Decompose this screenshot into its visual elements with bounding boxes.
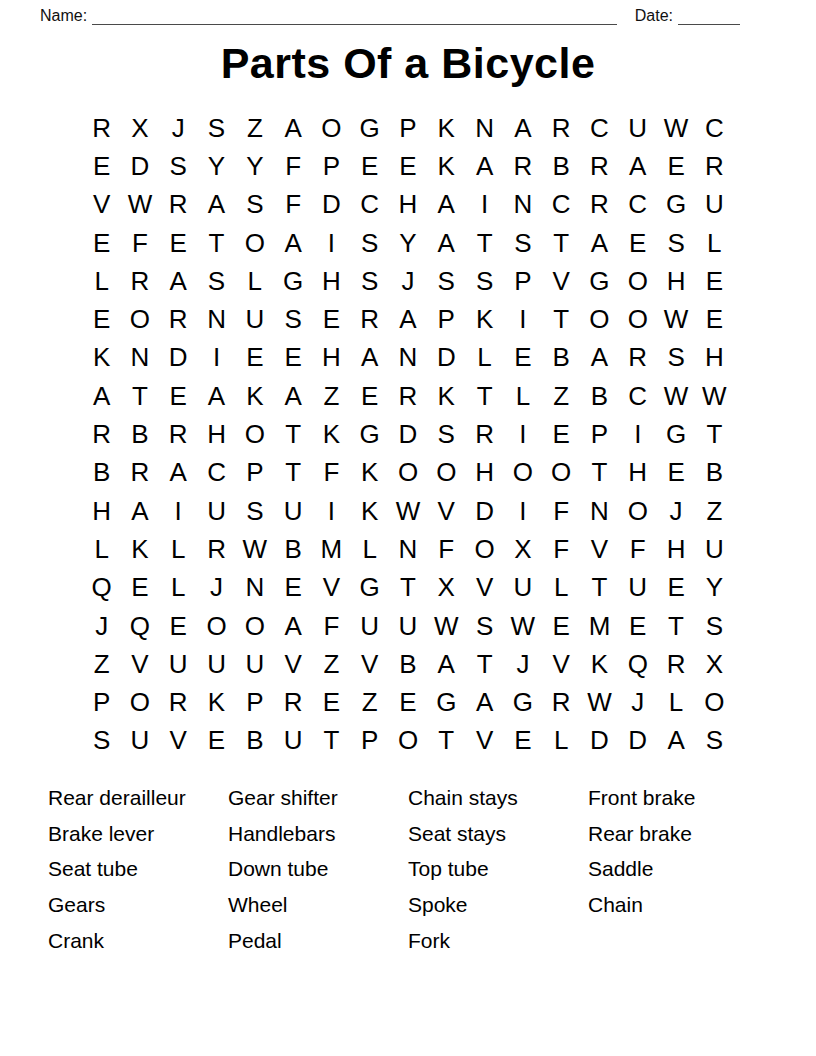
grid-cell: E [657, 569, 695, 607]
grid-cell: P [236, 683, 274, 721]
grid-cell: V [312, 569, 350, 607]
grid-cell: O [580, 301, 618, 339]
grid-cell: A [274, 607, 312, 645]
grid-cell: Y [695, 569, 733, 607]
grid-cell: O [389, 722, 427, 760]
grid-cell: E [83, 147, 121, 185]
grid-cell: B [542, 147, 580, 185]
grid-cell: I [504, 301, 542, 339]
grid-cell: T [197, 224, 235, 262]
grid-cell: H [465, 454, 503, 492]
grid-cell: A [159, 454, 197, 492]
grid-cell: P [83, 683, 121, 721]
grid-cell: F [274, 147, 312, 185]
grid-cell: K [83, 339, 121, 377]
grid-cell: J [657, 492, 695, 530]
grid-cell: R [121, 262, 159, 300]
grid-cell: S [83, 722, 121, 760]
grid-cell: E [197, 722, 235, 760]
date-label: Date: [635, 7, 673, 25]
grid-cell: E [274, 339, 312, 377]
grid-cell: R [197, 530, 235, 568]
grid-cell: R [351, 301, 389, 339]
grid-cell: L [83, 262, 121, 300]
grid-cell: G [657, 415, 695, 453]
grid-cell: J [619, 683, 657, 721]
grid-cell: R [274, 683, 312, 721]
word-list-column: Rear derailleurBrake leverSeat tubeGears… [48, 780, 228, 959]
grid-cell: B [389, 645, 427, 683]
grid-cell: W [657, 377, 695, 415]
word-list-item: Top tube [408, 851, 588, 887]
grid-cell: T [121, 377, 159, 415]
grid-cell: H [389, 186, 427, 224]
grid-cell: P [236, 454, 274, 492]
grid-cell: B [236, 722, 274, 760]
grid-cell: B [83, 454, 121, 492]
grid-cell: W [121, 186, 159, 224]
grid-cell: V [427, 492, 465, 530]
grid-cell: S [351, 262, 389, 300]
grid-cell: U [121, 722, 159, 760]
grid-cell: T [465, 645, 503, 683]
grid-cell: T [389, 569, 427, 607]
grid-cell: E [121, 569, 159, 607]
grid-cell: K [580, 645, 618, 683]
grid-cell: R [159, 301, 197, 339]
grid-cell: E [695, 301, 733, 339]
grid-cell: A [197, 186, 235, 224]
grid-cell: E [389, 683, 427, 721]
grid-cell: U [619, 569, 657, 607]
grid-cell: R [83, 109, 121, 147]
grid-cell: L [159, 530, 197, 568]
grid-cell: C [580, 109, 618, 147]
grid-cell: F [542, 492, 580, 530]
grid-cell: V [351, 645, 389, 683]
grid-cell: I [504, 415, 542, 453]
grid-cell: B [274, 530, 312, 568]
grid-cell: P [427, 301, 465, 339]
grid-cell: U [159, 645, 197, 683]
grid-cell: K [427, 377, 465, 415]
grid-cell: M [312, 530, 350, 568]
date-fill-line[interactable] [678, 10, 740, 25]
grid-cell: S [465, 262, 503, 300]
word-list-item: Chain stays [408, 780, 588, 816]
grid-cell: H [197, 415, 235, 453]
grid-cell: A [274, 224, 312, 262]
word-list: Rear derailleurBrake leverSeat tubeGears… [48, 780, 816, 959]
grid-cell: G [580, 262, 618, 300]
word-list-column: Chain staysSeat staysTop tubeSpokeFork [408, 780, 588, 959]
grid-cell: B [121, 415, 159, 453]
grid-cell: S [197, 262, 235, 300]
grid-cell: L [465, 339, 503, 377]
grid-cell: J [159, 109, 197, 147]
grid-cell: E [657, 147, 695, 185]
grid-cell: L [236, 262, 274, 300]
grid-cell: A [465, 147, 503, 185]
grid-cell: F [121, 224, 159, 262]
grid-cell: T [542, 301, 580, 339]
grid-cell: N [197, 301, 235, 339]
grid-cell: F [274, 186, 312, 224]
grid-cell: S [274, 301, 312, 339]
grid-cell: Y [389, 224, 427, 262]
grid-cell: H [657, 262, 695, 300]
grid-cell: F [312, 607, 350, 645]
grid-cell: E [657, 454, 695, 492]
grid-cell: A [427, 224, 465, 262]
grid-cell: B [542, 339, 580, 377]
grid-cell: R [504, 147, 542, 185]
grid-cell: R [580, 147, 618, 185]
grid-cell: V [542, 645, 580, 683]
grid-cell: I [465, 186, 503, 224]
grid-cell: P [312, 147, 350, 185]
grid-cell: N [580, 492, 618, 530]
grid-cell: J [389, 262, 427, 300]
grid-cell: Q [121, 607, 159, 645]
grid-cell: T [312, 722, 350, 760]
grid-cell: B [580, 377, 618, 415]
grid-cell: E [274, 569, 312, 607]
grid-cell: D [619, 722, 657, 760]
word-list-item: Fork [408, 923, 588, 959]
grid-cell: F [619, 530, 657, 568]
grid-cell: E [159, 224, 197, 262]
grid-cell: H [83, 492, 121, 530]
grid-cell: E [504, 722, 542, 760]
grid-cell: J [83, 607, 121, 645]
grid-cell: Z [542, 377, 580, 415]
grid-cell: L [542, 569, 580, 607]
grid-cell: E [236, 339, 274, 377]
grid-cell: R [580, 186, 618, 224]
grid-cell: P [389, 109, 427, 147]
grid-cell: R [159, 415, 197, 453]
grid-cell: K [236, 377, 274, 415]
grid-cell: H [657, 530, 695, 568]
grid-cell: W [504, 607, 542, 645]
grid-cell: K [351, 454, 389, 492]
grid-cell: K [351, 492, 389, 530]
grid-cell: Y [236, 147, 274, 185]
grid-cell: U [197, 492, 235, 530]
grid-cell: L [351, 530, 389, 568]
grid-cell: S [197, 109, 235, 147]
grid-cell: R [542, 109, 580, 147]
grid-cell: X [695, 645, 733, 683]
grid-cell: U [197, 645, 235, 683]
grid-cell: R [159, 683, 197, 721]
grid-cell: A [465, 683, 503, 721]
grid-cell: D [121, 147, 159, 185]
grid-cell: O [465, 530, 503, 568]
grid-cell: W [427, 607, 465, 645]
grid-cell: I [619, 415, 657, 453]
grid-cell: N [504, 186, 542, 224]
grid-cell: L [83, 530, 121, 568]
grid-cell: S [657, 339, 695, 377]
grid-cell: E [619, 607, 657, 645]
grid-cell: R [542, 683, 580, 721]
grid-cell: K [121, 530, 159, 568]
grid-cell: W [236, 530, 274, 568]
grid-cell: Z [312, 645, 350, 683]
grid-cell: S [504, 224, 542, 262]
grid-cell: S [465, 607, 503, 645]
grid-cell: B [695, 454, 733, 492]
grid-cell: S [236, 186, 274, 224]
grid-cell: R [657, 645, 695, 683]
puzzle-title: Parts Of a Bicycle [0, 39, 816, 88]
grid-cell: H [312, 339, 350, 377]
grid-cell: A [274, 109, 312, 147]
grid-cell: J [197, 569, 235, 607]
grid-cell: K [465, 301, 503, 339]
grid-cell: D [389, 415, 427, 453]
grid-cell: X [121, 109, 159, 147]
word-list-item: Chain [588, 887, 768, 923]
grid-cell: G [351, 415, 389, 453]
grid-cell: O [236, 607, 274, 645]
grid-cell: N [389, 530, 427, 568]
grid-cell: A [83, 377, 121, 415]
grid-cell: T [465, 224, 503, 262]
grid-cell: T [695, 415, 733, 453]
grid-cell: R [121, 454, 159, 492]
grid-cell: O [236, 415, 274, 453]
grid-cell: D [580, 722, 618, 760]
name-fill-line[interactable] [92, 10, 617, 25]
grid-cell: S [427, 415, 465, 453]
grid-cell: C [619, 186, 657, 224]
grid-cell: C [351, 186, 389, 224]
grid-cell: A [580, 339, 618, 377]
word-list-item: Crank [48, 923, 228, 959]
word-list-column: Front brakeRear brakeSaddleChain [588, 780, 768, 959]
letter-grid: RXJSZAOGPKNARCUWCEDSYYFPEEKARBRAERVWRASF… [83, 109, 734, 760]
grid-cell: E [159, 607, 197, 645]
grid-cell: O [542, 454, 580, 492]
grid-cell: G [504, 683, 542, 721]
grid-cell: M [580, 607, 618, 645]
grid-cell: G [351, 569, 389, 607]
grid-cell: E [312, 683, 350, 721]
grid-cell: A [580, 224, 618, 262]
grid-cell: K [427, 147, 465, 185]
grid-cell: E [542, 415, 580, 453]
word-list-item: Handlebars [228, 816, 408, 852]
grid-cell: U [351, 607, 389, 645]
name-label: Name: [40, 7, 87, 25]
word-list-item: Down tube [228, 851, 408, 887]
grid-cell: I [197, 339, 235, 377]
grid-cell: A [121, 492, 159, 530]
grid-cell: D [312, 186, 350, 224]
grid-cell: L [657, 683, 695, 721]
grid-cell: R [695, 147, 733, 185]
grid-cell: I [159, 492, 197, 530]
grid-cell: S [236, 492, 274, 530]
grid-cell: E [312, 301, 350, 339]
grid-cell: A [504, 109, 542, 147]
grid-cell: O [695, 683, 733, 721]
grid-cell: Z [83, 645, 121, 683]
word-list-item: Gear shifter [228, 780, 408, 816]
grid-cell: T [580, 569, 618, 607]
word-list-item: Gears [48, 887, 228, 923]
grid-cell: Q [619, 645, 657, 683]
grid-cell: L [695, 224, 733, 262]
grid-cell: K [197, 683, 235, 721]
grid-cell: O [121, 301, 159, 339]
grid-cell: O [619, 301, 657, 339]
grid-cell: E [695, 262, 733, 300]
word-list-item: Rear brake [588, 816, 768, 852]
grid-cell: W [657, 301, 695, 339]
grid-cell: V [274, 645, 312, 683]
grid-cell: D [159, 339, 197, 377]
grid-cell: A [657, 722, 695, 760]
grid-cell: L [159, 569, 197, 607]
grid-cell: C [695, 109, 733, 147]
grid-cell: A [389, 301, 427, 339]
grid-cell: U [389, 607, 427, 645]
grid-cell: A [159, 262, 197, 300]
word-list-item: Spoke [408, 887, 588, 923]
grid-cell: O [121, 683, 159, 721]
grid-cell: S [695, 607, 733, 645]
grid-cell: V [465, 569, 503, 607]
grid-cell: I [312, 224, 350, 262]
grid-cell: A [274, 377, 312, 415]
grid-cell: V [83, 186, 121, 224]
header: Name: Date: [0, 0, 816, 25]
grid-cell: E [389, 147, 427, 185]
grid-cell: S [159, 147, 197, 185]
grid-cell: X [427, 569, 465, 607]
grid-cell: O [619, 492, 657, 530]
grid-cell: R [83, 415, 121, 453]
grid-cell: J [504, 645, 542, 683]
grid-cell: T [427, 722, 465, 760]
word-list-item: Wheel [228, 887, 408, 923]
grid-cell: A [351, 339, 389, 377]
grid-cell: E [504, 339, 542, 377]
grid-cell: U [274, 722, 312, 760]
grid-cell: O [619, 262, 657, 300]
grid-cell: W [389, 492, 427, 530]
grid-cell: E [83, 301, 121, 339]
grid-cell: K [312, 415, 350, 453]
grid-cell: N [121, 339, 159, 377]
grid-cell: A [427, 186, 465, 224]
grid-cell: Z [236, 109, 274, 147]
grid-cell: R [389, 377, 427, 415]
grid-cell: X [504, 530, 542, 568]
grid-cell: T [542, 224, 580, 262]
grid-cell: R [159, 186, 197, 224]
grid-cell: C [542, 186, 580, 224]
grid-cell: S [427, 262, 465, 300]
grid-cell: V [121, 645, 159, 683]
word-list-item: Front brake [588, 780, 768, 816]
word-list-item: Brake lever [48, 816, 228, 852]
word-list-item: Seat stays [408, 816, 588, 852]
grid-cell: F [312, 454, 350, 492]
grid-cell: W [657, 109, 695, 147]
grid-cell: C [197, 454, 235, 492]
grid-cell: H [619, 454, 657, 492]
grid-cell: A [197, 377, 235, 415]
grid-cell: V [580, 530, 618, 568]
grid-cell: S [657, 224, 695, 262]
grid-cell: A [427, 645, 465, 683]
grid-cell: Q [83, 569, 121, 607]
grid-cell: H [695, 339, 733, 377]
grid-cell: G [657, 186, 695, 224]
grid-cell: O [427, 454, 465, 492]
grid-cell: E [351, 377, 389, 415]
grid-cell: W [580, 683, 618, 721]
grid-cell: T [274, 454, 312, 492]
grid-cell: T [274, 415, 312, 453]
word-list-item: Seat tube [48, 851, 228, 887]
grid-cell: N [465, 109, 503, 147]
grid-cell: G [274, 262, 312, 300]
grid-cell: E [351, 147, 389, 185]
grid-cell: Z [351, 683, 389, 721]
grid-cell: R [465, 415, 503, 453]
grid-cell: U [236, 645, 274, 683]
grid-cell: C [619, 377, 657, 415]
grid-cell: E [619, 224, 657, 262]
grid-cell: V [542, 262, 580, 300]
grid-cell: P [504, 262, 542, 300]
grid-cell: Y [197, 147, 235, 185]
grid-cell: S [351, 224, 389, 262]
grid-cell: F [542, 530, 580, 568]
grid-cell: T [580, 454, 618, 492]
grid-cell: U [274, 492, 312, 530]
grid-cell: P [580, 415, 618, 453]
grid-cell: A [619, 147, 657, 185]
grid-cell: K [427, 109, 465, 147]
grid-cell: N [389, 339, 427, 377]
grid-cell: U [695, 186, 733, 224]
word-list-column: Gear shifterHandlebarsDown tubeWheelPeda… [228, 780, 408, 959]
grid-cell: G [351, 109, 389, 147]
grid-cell: V [159, 722, 197, 760]
grid-cell: O [389, 454, 427, 492]
grid-cell: E [542, 607, 580, 645]
grid-cell: O [197, 607, 235, 645]
grid-cell: Z [695, 492, 733, 530]
grid-cell: U [236, 301, 274, 339]
grid-cell: D [427, 339, 465, 377]
grid-cell: S [695, 722, 733, 760]
grid-cell: E [159, 377, 197, 415]
grid-cell: U [619, 109, 657, 147]
grid-cell: T [657, 607, 695, 645]
grid-cell: T [465, 377, 503, 415]
grid-cell: I [312, 492, 350, 530]
grid-cell: H [312, 262, 350, 300]
grid-cell: O [236, 224, 274, 262]
